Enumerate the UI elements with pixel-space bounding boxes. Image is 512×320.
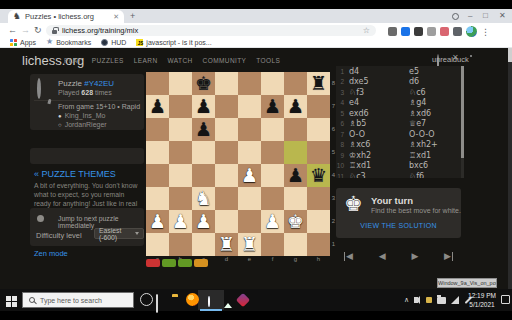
square-g7[interactable]: ♟ xyxy=(284,95,307,118)
square-g2[interactable]: ♚ xyxy=(284,210,307,233)
hud-icon xyxy=(101,39,108,46)
minimize-button[interactable]: – xyxy=(468,11,472,20)
square-c7[interactable]: ♟ xyxy=(192,95,215,118)
your-turn-title: Your turn xyxy=(371,195,413,206)
square-a1[interactable] xyxy=(146,233,169,256)
puzzle-target-icon xyxy=(37,78,41,99)
forward-button[interactable]: → xyxy=(21,26,30,35)
active-app-highlight xyxy=(198,290,224,310)
square-c3[interactable]: ♞ xyxy=(192,187,215,210)
black-move[interactable]: d6 xyxy=(409,77,461,86)
square-h1[interactable] xyxy=(307,233,330,256)
playback-controls: ◀ ◀ ▶ ▶ xyxy=(336,249,461,263)
played-prefix: Played xyxy=(58,89,81,96)
move-list: 1d4e52dxe5d63♘f3♘c64e4♗g45exd6♗xd66♗b5♕e… xyxy=(336,66,461,178)
chevron-down-icon xyxy=(135,232,139,235)
tray-app-icon[interactable] xyxy=(426,297,432,303)
square-a6[interactable] xyxy=(146,118,169,141)
square-f1[interactable] xyxy=(261,233,284,256)
square-f5[interactable] xyxy=(261,141,284,164)
square-e1[interactable]: ♜ xyxy=(238,233,261,256)
puzzle-info-panel: Puzzle #Y42EU Played 628 times From game… xyxy=(30,74,144,130)
move-number: 2 xyxy=(336,78,349,85)
square-f2[interactable]: ♟ xyxy=(261,210,284,233)
black-disc-icon: ○ xyxy=(58,122,62,128)
bookmarks-bar: Apps★BookmarksHUDJSjavascript - is it po… xyxy=(0,37,512,48)
nav-community[interactable]: COMMUNITY xyxy=(203,57,247,64)
session-chip-loss[interactable] xyxy=(146,259,160,267)
difficulty-value: Easiest (-600) xyxy=(99,227,131,241)
firefox-icon[interactable] xyxy=(186,293,199,306)
screen: ♞ Puzzles • lichess.org ✕ + – □ ✕ ← → ↻ … xyxy=(0,0,512,320)
move-number: 7 xyxy=(336,131,349,138)
square-f8[interactable] xyxy=(261,72,284,95)
star-icon: ★ xyxy=(46,38,53,46)
move-row-9: 9♔xh2♖xd1 xyxy=(336,150,461,161)
bookmark-hud[interactable]: HUD xyxy=(101,39,126,46)
black-king-c8[interactable]: ♚ xyxy=(192,72,215,95)
puzzle-id-line: Puzzle #Y42EU xyxy=(58,79,114,88)
square-c4[interactable] xyxy=(192,164,215,187)
white-pawn-e4[interactable]: ♟ xyxy=(238,164,261,187)
square-g1[interactable] xyxy=(284,233,307,256)
played-count: 628 xyxy=(81,89,93,96)
first-move-button[interactable]: ◀ xyxy=(344,252,353,261)
white-move[interactable]: ♔xh2 xyxy=(349,151,409,160)
difficulty-select[interactable]: Easiest (-600) xyxy=(94,228,144,239)
move-number: 8 xyxy=(336,141,349,148)
white-move[interactable]: ♗xc6 xyxy=(349,140,409,149)
tray-tooltip: Window_9a_Vis_on_post xyxy=(437,278,497,288)
last-move-button[interactable]: ▶ xyxy=(444,252,453,261)
square-h5[interactable] xyxy=(307,141,330,164)
nav-learn[interactable]: LEARN xyxy=(134,57,158,64)
difficulty-label: Difficulty level xyxy=(36,231,82,240)
black-move[interactable]: ♗xh2+ xyxy=(409,140,461,149)
square-h3[interactable] xyxy=(307,187,330,210)
square-c5[interactable] xyxy=(192,141,215,164)
black-move[interactable]: ♕e7 xyxy=(409,119,461,128)
white-player-name: King_Ins_Mo xyxy=(65,112,106,119)
square-c6[interactable]: ♟ xyxy=(192,118,215,141)
square-d6[interactable] xyxy=(215,118,238,141)
white-knight-c3[interactable]: ♞ xyxy=(192,187,215,210)
square-d5[interactable] xyxy=(215,141,238,164)
square-a8[interactable] xyxy=(146,72,169,95)
move-number: 3 xyxy=(336,89,349,96)
square-d8[interactable] xyxy=(215,72,238,95)
square-a2[interactable]: ♟ xyxy=(146,210,169,233)
square-g6[interactable] xyxy=(284,118,307,141)
volume-icon[interactable] xyxy=(414,297,418,303)
square-a3[interactable] xyxy=(146,187,169,210)
address-bar[interactable]: lichess.org/training/mix ☆ xyxy=(46,25,376,36)
black-player-name: JordanRieger xyxy=(65,121,107,128)
square-e4[interactable]: ♟ xyxy=(238,164,261,187)
black-rook-h8[interactable]: ♜ xyxy=(307,72,330,95)
played-count-line: Played 628 times xyxy=(58,89,112,96)
url-text: lichess.org/training/mix xyxy=(62,26,138,35)
apps-grid-icon xyxy=(10,39,17,46)
action-center-icon[interactable] xyxy=(501,295,510,304)
move-number: 11 xyxy=(336,173,349,178)
next-move-button[interactable]: ▶ xyxy=(411,252,418,261)
white-king-g2[interactable]: ♚ xyxy=(284,210,307,233)
black-move[interactable]: ♘f6 xyxy=(409,172,461,178)
extension-icon-4[interactable] xyxy=(427,27,436,36)
puzzle-id-link[interactable]: #Y42EU xyxy=(84,79,114,88)
square-c1[interactable] xyxy=(192,233,215,256)
move-list-scroll-thumb[interactable] xyxy=(461,66,464,158)
square-d7[interactable] xyxy=(215,95,238,118)
move-number: 10 xyxy=(336,162,349,169)
square-h6[interactable] xyxy=(307,118,330,141)
nav-play[interactable]: PLAY xyxy=(64,57,82,64)
browser-tab[interactable]: ♞ Puzzles • lichess.org ✕ xyxy=(8,10,124,23)
cortana-icon[interactable] xyxy=(140,293,153,306)
window-frame-top xyxy=(0,0,512,9)
square-f6[interactable] xyxy=(261,118,284,141)
black-move[interactable]: ♘c6 xyxy=(409,88,461,97)
black-move[interactable]: ♗g4 xyxy=(409,98,461,107)
puzzle-themes-link[interactable]: « PUZZLE THEMES xyxy=(34,169,116,179)
taskbar-search-placeholder: Type here to search xyxy=(40,297,102,304)
move-row-2: 2dxe5d6 xyxy=(336,77,461,88)
extension-icon-5[interactable] xyxy=(440,27,449,36)
page-scroll-thumb[interactable] xyxy=(508,48,512,62)
black-move[interactable]: O-O-O xyxy=(409,130,461,139)
extension-icon-3[interactable] xyxy=(414,27,423,36)
black-pawn-c7[interactable]: ♟ xyxy=(192,95,215,118)
black-move[interactable]: e5 xyxy=(409,67,461,76)
tab-title: Puzzles • lichess.org xyxy=(25,12,109,21)
move-row-4: 4e4♗g4 xyxy=(336,98,461,109)
square-d2[interactable] xyxy=(215,210,238,233)
black-pawn-a7[interactable]: ♟ xyxy=(146,95,169,118)
square-a4[interactable] xyxy=(146,164,169,187)
file-label-e: e xyxy=(238,256,261,263)
square-e5[interactable] xyxy=(238,141,261,164)
extension-icon-1[interactable] xyxy=(388,27,397,36)
move-number: 4 xyxy=(336,99,349,106)
bookmark-label: Bookmarks xyxy=(56,39,91,46)
file-label-d: d xyxy=(215,256,238,263)
square-d4[interactable] xyxy=(215,164,238,187)
white-move[interactable]: ♘c3 xyxy=(349,172,409,178)
js-icon: JS xyxy=(136,39,143,46)
square-g4[interactable]: ♟ xyxy=(284,164,307,187)
tray-chevron-icon[interactable]: ∧ xyxy=(404,296,409,304)
square-b6[interactable] xyxy=(169,118,192,141)
square-b2[interactable]: ♟ xyxy=(169,210,192,233)
square-f4[interactable] xyxy=(261,164,284,187)
from-game-label[interactable]: From game 15+10 • Rapid xyxy=(58,103,140,110)
square-b1[interactable] xyxy=(169,233,192,256)
back-button[interactable]: ← xyxy=(8,26,17,35)
main-nav: PLAYPUZZLESLEARNWATCHCOMMUNITYTOOLS xyxy=(64,57,280,64)
puzzle-settings-panel: Jump to next puzzle immediately Difficul… xyxy=(30,208,144,246)
task-view-icon[interactable] xyxy=(156,294,158,313)
black-pawn-g4[interactable]: ♟ xyxy=(284,164,307,187)
white-move[interactable]: d4 xyxy=(349,67,409,76)
session-chip-current[interactable] xyxy=(194,259,208,267)
square-e6[interactable] xyxy=(238,118,261,141)
square-h2[interactable] xyxy=(307,210,330,233)
white-move[interactable]: ♗b5 xyxy=(349,119,409,128)
your-turn-subtitle: Find the best move for white. xyxy=(371,207,461,214)
black-move[interactable]: ♖xd1 xyxy=(409,151,461,160)
square-c2[interactable]: ♟ xyxy=(192,210,215,233)
system-tray: ∧ xyxy=(404,292,473,308)
move-row-6: 6♗b5♕e7 xyxy=(336,119,461,130)
white-disc-icon: ● xyxy=(58,113,62,119)
bookmark-javascript-is-it-pos[interactable]: JSjavascript - is it pos... xyxy=(136,39,211,46)
square-b4[interactable] xyxy=(169,164,192,187)
square-a7[interactable]: ♟ xyxy=(146,95,169,118)
square-e2[interactable] xyxy=(238,210,261,233)
extension-icon-2[interactable] xyxy=(401,27,410,36)
move-row-11: 11♘c3♘f6 xyxy=(336,171,461,178)
chess-board: ♚♜♟♟♟♟♟♟♟♛♞♟♟♟♟♚♜♜ xyxy=(146,72,330,256)
extension-icon-6[interactable] xyxy=(453,27,462,36)
zen-mode-link[interactable]: Zen mode xyxy=(34,249,68,258)
square-h7[interactable] xyxy=(307,95,330,118)
sidebar-secondary-panel xyxy=(30,148,144,164)
white-king-icon: ♚ xyxy=(344,194,363,215)
square-e8[interactable] xyxy=(238,72,261,95)
search-icon xyxy=(29,297,35,303)
move-number: 6 xyxy=(336,120,349,127)
username[interactable]: unrealduck xyxy=(432,55,469,64)
nav-puzzles[interactable]: PUZZLES xyxy=(92,57,124,64)
file-label-f: f xyxy=(261,256,284,263)
square-d3[interactable] xyxy=(215,187,238,210)
square-b8[interactable] xyxy=(169,72,192,95)
extensions-row: ⋮ xyxy=(388,26,490,37)
file-label-h: h xyxy=(307,256,330,263)
previous-move-button[interactable]: ◀ xyxy=(379,252,386,261)
square-e3[interactable] xyxy=(238,187,261,210)
move-number: 9 xyxy=(336,152,349,159)
square-h8[interactable]: ♜ xyxy=(307,72,330,95)
black-pawn-c6[interactable]: ♟ xyxy=(192,118,215,141)
white-move[interactable]: ♖xd1 xyxy=(349,161,409,170)
session-chip-win[interactable] xyxy=(178,259,192,267)
lichess-favicon-icon: ♞ xyxy=(13,12,21,21)
square-c8[interactable]: ♚ xyxy=(192,72,215,95)
black-queen-h4[interactable]: ♛ xyxy=(307,164,330,187)
move-row-1: 1d4e5 xyxy=(336,66,461,77)
square-a5[interactable] xyxy=(146,141,169,164)
clock-date: 5/1/2021 xyxy=(466,300,498,309)
profile-avatar[interactable] xyxy=(466,26,477,37)
move-row-7: 7O-OO-O-O xyxy=(336,129,461,140)
move-number: 5 xyxy=(336,110,349,117)
bookmark-star-icon[interactable]: ☆ xyxy=(363,26,370,35)
white-move[interactable]: dxe5 xyxy=(349,77,409,86)
nav-watch[interactable]: WATCH xyxy=(168,57,193,64)
file-label-g: g xyxy=(284,256,307,263)
white-rook-d1[interactable]: ♜ xyxy=(215,233,238,256)
white-pawn-b2[interactable]: ♟ xyxy=(169,210,192,233)
session-chip-win[interactable] xyxy=(162,259,176,267)
white-move[interactable]: e4 xyxy=(349,98,409,107)
network-icon[interactable] xyxy=(451,296,459,304)
black-pawn-g7[interactable]: ♟ xyxy=(284,95,307,118)
move-row-10: 10♖xd1bxc6 xyxy=(336,161,461,172)
player-white[interactable]: ●King_Ins_Mo xyxy=(58,112,105,119)
square-b7[interactable] xyxy=(169,95,192,118)
page-scrollbar[interactable] xyxy=(508,48,512,289)
played-suffix: times xyxy=(93,89,112,96)
square-e7[interactable] xyxy=(238,95,261,118)
nav-tools[interactable]: TOOLS xyxy=(256,57,280,64)
maximize-button[interactable]: □ xyxy=(483,11,488,20)
bookmark-label: Apps xyxy=(20,39,36,46)
view-solution-link[interactable]: VIEW THE SOLUTION xyxy=(336,222,461,229)
square-f7[interactable]: ♟ xyxy=(261,95,284,118)
player-black[interactable]: ○JordanRieger xyxy=(58,121,107,128)
square-g5[interactable] xyxy=(284,141,307,164)
white-pawn-a2[interactable]: ♟ xyxy=(146,210,169,233)
square-b3[interactable] xyxy=(169,187,192,210)
tab-close-icon[interactable]: ✕ xyxy=(113,13,119,21)
start-button[interactable] xyxy=(6,296,17,307)
gear-icon[interactable] xyxy=(452,13,459,20)
move-row-5: 5exd6♗xd6 xyxy=(336,108,461,119)
new-tab-button[interactable]: + xyxy=(130,11,135,21)
taskbar-search[interactable]: Type here to search xyxy=(22,292,134,308)
white-move[interactable]: ♘f3 xyxy=(349,88,409,97)
taskbar-clock[interactable]: 12:19 PM 5/1/2021 xyxy=(466,291,498,309)
square-g8[interactable] xyxy=(284,72,307,95)
black-move[interactable]: ♗xd6 xyxy=(409,109,461,118)
puzzle-label: Puzzle xyxy=(58,79,84,88)
close-button[interactable]: ✕ xyxy=(499,11,506,20)
tray-folder-icon[interactable] xyxy=(437,297,446,304)
move-number: 1 xyxy=(336,68,349,75)
white-move[interactable]: O-O xyxy=(349,130,409,139)
white-pawn-f2[interactable]: ♟ xyxy=(261,210,284,233)
white-pawn-c2[interactable]: ♟ xyxy=(192,210,215,233)
square-b5[interactable] xyxy=(169,141,192,164)
clock-time: 12:19 PM xyxy=(466,291,498,300)
square-d1[interactable]: ♜ xyxy=(215,233,238,256)
reload-button[interactable]: ↻ xyxy=(34,26,42,35)
lock-icon xyxy=(52,30,57,34)
white-move[interactable]: exd6 xyxy=(349,109,409,118)
move-row-8: 8♗xc6♗xh2+ xyxy=(336,140,461,151)
bookmark-label: HUD xyxy=(111,39,126,46)
chrome-active-indicator xyxy=(200,309,222,311)
square-h4[interactable]: ♛ xyxy=(307,164,330,187)
white-rook-e1[interactable]: ♜ xyxy=(238,233,261,256)
bookmark-apps[interactable]: Apps xyxy=(10,39,36,46)
square-g3[interactable] xyxy=(284,187,307,210)
black-move[interactable]: bxc6 xyxy=(409,161,461,170)
square-f3[interactable] xyxy=(261,187,284,210)
bookmark-label: javascript - is it pos... xyxy=(146,39,211,46)
black-pawn-f7[interactable]: ♟ xyxy=(261,95,284,118)
bookmark-bookmarks[interactable]: ★Bookmarks xyxy=(46,38,91,46)
browser-menu-icon[interactable]: ⋮ xyxy=(481,27,490,37)
move-row-3: 3♘f3♘c6 xyxy=(336,87,461,98)
